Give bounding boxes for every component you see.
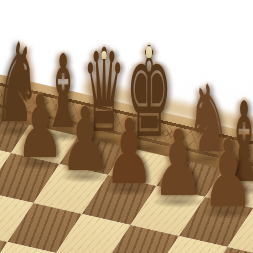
chess-set-photo: ✕ ✕ ✕ ✕ ✕ ✕ ✕ ✕ ✕ ✕ ✕ ✕ ✕ ✕ ✕ ✕ ✕ ✕ ♞♝♛♚… — [0, 0, 253, 253]
king-ivory-finial — [146, 46, 152, 58]
pawn-piece: ♟ — [152, 119, 203, 210]
pieces-layer: ♞♝♛♚♞♝♟♟♟♟♟ — [0, 0, 253, 253]
pawn-piece: ♟ — [16, 85, 64, 171]
queen-ivory-finial — [102, 51, 107, 59]
pawn-piece: ♟ — [104, 108, 154, 198]
pawn-piece: ♟ — [60, 97, 109, 185]
pawn-piece: ♟ — [202, 128, 253, 221]
